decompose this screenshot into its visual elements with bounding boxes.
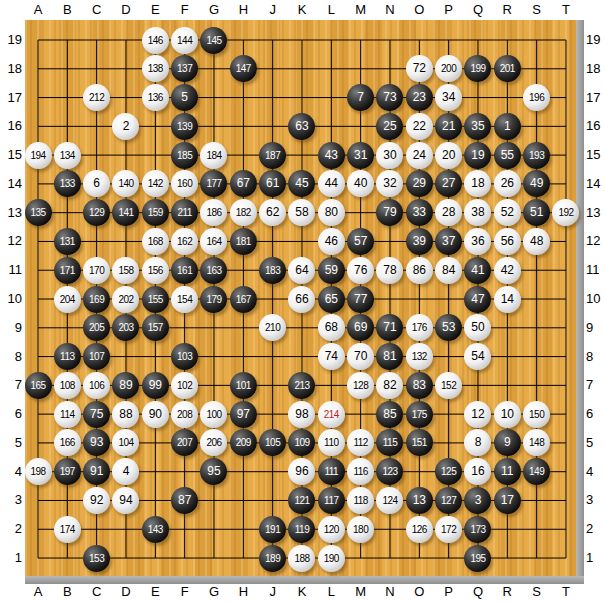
stone-white-G6-move-100: 100 bbox=[200, 401, 227, 428]
stone-white-F19-move-144: 144 bbox=[171, 27, 198, 54]
stone-black-E7-move-99: 99 bbox=[142, 372, 169, 399]
stone-white-P15-move-20: 20 bbox=[435, 142, 462, 169]
right-coordinate-label-19: 19 bbox=[586, 32, 605, 48]
bottom-coordinate-label-P: P bbox=[439, 584, 459, 600]
stone-black-C1-move-153: 153 bbox=[83, 545, 110, 572]
stone-white-S6-move-150: 150 bbox=[523, 401, 550, 428]
right-coordinate-label-7: 7 bbox=[586, 377, 605, 393]
stone-white-L6-move-214: 214 bbox=[318, 401, 345, 428]
stone-black-J2-move-191: 191 bbox=[259, 516, 286, 543]
stone-white-L12-move-46: 46 bbox=[318, 228, 345, 255]
top-coordinate-label-M: M bbox=[351, 2, 371, 18]
stone-black-L11-move-59: 59 bbox=[318, 257, 345, 284]
stone-white-Q6-move-12: 12 bbox=[464, 401, 491, 428]
stone-black-Q1-move-195: 195 bbox=[464, 545, 491, 572]
stone-white-F7-move-102: 102 bbox=[171, 372, 198, 399]
top-coordinate-label-D: D bbox=[116, 2, 136, 18]
stone-black-R18-move-201: 201 bbox=[494, 55, 521, 82]
bottom-coordinate-label-A: A bbox=[28, 584, 48, 600]
stone-white-S17-move-196: 196 bbox=[523, 84, 550, 111]
left-coordinate-label-1: 1 bbox=[2, 550, 22, 566]
stone-black-R4-move-11: 11 bbox=[494, 458, 521, 485]
bottom-coordinate-label-H: H bbox=[233, 584, 253, 600]
stone-white-E18-move-138: 138 bbox=[142, 55, 169, 82]
stone-black-B4-move-197: 197 bbox=[54, 458, 81, 485]
left-coordinate-label-17: 17 bbox=[2, 90, 22, 106]
stone-white-B6-move-114: 114 bbox=[54, 401, 81, 428]
go-game-record: AABBCCDDEEFFGGHHJJKKLLMMNNOOPPQQRRSSTT19… bbox=[0, 0, 605, 604]
top-coordinate-label-N: N bbox=[380, 2, 400, 18]
right-coordinate-label-14: 14 bbox=[586, 176, 605, 192]
stone-black-E2-move-143: 143 bbox=[142, 516, 169, 543]
stone-white-R11-move-42: 42 bbox=[494, 257, 521, 284]
stone-black-C10-move-169: 169 bbox=[83, 286, 110, 313]
right-coordinate-label-4: 4 bbox=[586, 464, 605, 480]
stone-black-B11-move-171: 171 bbox=[54, 257, 81, 284]
top-coordinate-label-A: A bbox=[28, 2, 48, 18]
top-coordinate-label-P: P bbox=[439, 2, 459, 18]
stone-black-S15-move-193: 193 bbox=[523, 142, 550, 169]
stone-black-C6-move-75: 75 bbox=[83, 401, 110, 428]
stone-white-C11-move-170: 170 bbox=[83, 257, 110, 284]
stone-black-O3-move-13: 13 bbox=[406, 487, 433, 514]
stone-white-B2-move-174: 174 bbox=[54, 516, 81, 543]
stone-black-F3-move-87: 87 bbox=[171, 487, 198, 514]
stone-black-L4-move-111: 111 bbox=[318, 458, 345, 485]
bottom-coordinate-label-F: F bbox=[175, 584, 195, 600]
stone-white-E17-move-136: 136 bbox=[142, 84, 169, 111]
stone-white-F6-move-208: 208 bbox=[171, 401, 198, 428]
stone-black-G19-move-145: 145 bbox=[200, 27, 227, 54]
top-coordinate-label-G: G bbox=[204, 2, 224, 18]
top-coordinate-label-O: O bbox=[409, 2, 429, 18]
stone-white-L9-move-68: 68 bbox=[318, 314, 345, 341]
right-coordinate-label-9: 9 bbox=[586, 320, 605, 336]
stone-white-F10-move-154: 154 bbox=[171, 286, 198, 313]
left-coordinate-label-10: 10 bbox=[2, 291, 22, 307]
stone-black-H7-move-101: 101 bbox=[230, 372, 257, 399]
stone-black-O7-move-83: 83 bbox=[406, 372, 433, 399]
stone-white-P17-move-34: 34 bbox=[435, 84, 462, 111]
bottom-coordinate-label-N: N bbox=[380, 584, 400, 600]
stone-black-M15-move-31: 31 bbox=[347, 142, 374, 169]
top-coordinate-label-H: H bbox=[233, 2, 253, 18]
stone-black-O13-move-33: 33 bbox=[406, 199, 433, 226]
stone-white-L13-move-80: 80 bbox=[318, 199, 345, 226]
stone-white-E6-move-90: 90 bbox=[142, 401, 169, 428]
stone-white-P11-move-84: 84 bbox=[435, 257, 462, 284]
stone-black-H18-move-147: 147 bbox=[230, 55, 257, 82]
right-coordinate-label-12: 12 bbox=[586, 233, 605, 249]
stone-black-F15-move-185: 185 bbox=[171, 142, 198, 169]
stone-black-L15-move-43: 43 bbox=[318, 142, 345, 169]
bottom-coordinate-label-S: S bbox=[527, 584, 547, 600]
left-coordinate-label-7: 7 bbox=[2, 377, 22, 393]
bottom-coordinate-label-R: R bbox=[497, 584, 517, 600]
bottom-coordinate-label-E: E bbox=[145, 584, 165, 600]
stone-black-H10-move-167: 167 bbox=[230, 286, 257, 313]
stone-black-G10-move-179: 179 bbox=[200, 286, 227, 313]
stone-white-C7-move-106: 106 bbox=[83, 372, 110, 399]
bottom-coordinate-label-O: O bbox=[409, 584, 429, 600]
stone-white-C17-move-212: 212 bbox=[83, 84, 110, 111]
stone-white-R14-move-26: 26 bbox=[494, 170, 521, 197]
stone-white-N15-move-30: 30 bbox=[376, 142, 403, 169]
stone-white-E11-move-156: 156 bbox=[142, 257, 169, 284]
stone-white-E12-move-168: 168 bbox=[142, 228, 169, 255]
left-coordinate-label-13: 13 bbox=[2, 205, 22, 221]
left-coordinate-label-6: 6 bbox=[2, 406, 22, 422]
left-coordinate-label-2: 2 bbox=[2, 521, 22, 537]
stone-black-B8-move-113: 113 bbox=[54, 343, 81, 370]
right-coordinate-label-16: 16 bbox=[586, 118, 605, 134]
stone-white-G15-move-184: 184 bbox=[200, 142, 227, 169]
bottom-coordinate-label-Q: Q bbox=[468, 584, 488, 600]
left-coordinate-label-3: 3 bbox=[2, 492, 22, 508]
top-coordinate-label-S: S bbox=[527, 2, 547, 18]
left-coordinate-label-12: 12 bbox=[2, 233, 22, 249]
stone-white-H13-move-182: 182 bbox=[230, 199, 257, 226]
top-coordinate-label-F: F bbox=[175, 2, 195, 18]
stone-black-O12-move-39: 39 bbox=[406, 228, 433, 255]
stone-white-P7-move-152: 152 bbox=[435, 372, 462, 399]
stone-white-R10-move-14: 14 bbox=[494, 286, 521, 313]
stone-black-P12-move-37: 37 bbox=[435, 228, 462, 255]
stone-white-L8-move-74: 74 bbox=[318, 343, 345, 370]
bottom-coordinate-label-J: J bbox=[263, 584, 283, 600]
stone-black-N6-move-85: 85 bbox=[376, 401, 403, 428]
left-coordinate-label-18: 18 bbox=[2, 61, 22, 77]
stone-white-B10-move-204: 204 bbox=[54, 286, 81, 313]
stone-black-B12-move-131: 131 bbox=[54, 228, 81, 255]
stone-white-O9-move-176: 176 bbox=[406, 314, 433, 341]
stone-black-J11-move-183: 183 bbox=[259, 257, 286, 284]
stone-white-A4-move-198: 198 bbox=[25, 458, 52, 485]
stone-black-M17-move-7: 7 bbox=[347, 84, 374, 111]
stone-white-F12-move-162: 162 bbox=[171, 228, 198, 255]
stone-black-M12-move-57: 57 bbox=[347, 228, 374, 255]
stone-white-R13-move-52: 52 bbox=[494, 199, 521, 226]
right-coordinate-label-17: 17 bbox=[586, 90, 605, 106]
right-coordinate-label-15: 15 bbox=[586, 147, 605, 163]
bottom-coordinate-label-K: K bbox=[292, 584, 312, 600]
stone-white-P2-move-172: 172 bbox=[435, 516, 462, 543]
stone-black-L10-move-65: 65 bbox=[318, 286, 345, 313]
bottom-coordinate-label-T: T bbox=[556, 584, 576, 600]
stone-white-D10-move-202: 202 bbox=[112, 286, 139, 313]
stone-black-Q15-move-19: 19 bbox=[464, 142, 491, 169]
stone-black-J15-move-187: 187 bbox=[259, 142, 286, 169]
top-coordinate-label-L: L bbox=[321, 2, 341, 18]
left-coordinate-label-5: 5 bbox=[2, 435, 22, 451]
top-coordinate-label-R: R bbox=[497, 2, 517, 18]
stone-black-R16-move-1: 1 bbox=[494, 113, 521, 140]
stone-black-L3-move-117: 117 bbox=[318, 487, 345, 514]
stone-white-E19-move-146: 146 bbox=[142, 27, 169, 54]
stone-black-A13-move-135: 135 bbox=[25, 199, 52, 226]
stone-black-F16-move-139: 139 bbox=[171, 113, 198, 140]
stone-white-O18-move-72: 72 bbox=[406, 55, 433, 82]
right-coordinate-label-8: 8 bbox=[586, 349, 605, 365]
stone-black-R15-move-55: 55 bbox=[494, 142, 521, 169]
top-coordinate-label-E: E bbox=[145, 2, 165, 18]
left-coordinate-label-15: 15 bbox=[2, 147, 22, 163]
top-coordinate-label-K: K bbox=[292, 2, 312, 18]
left-coordinate-label-4: 4 bbox=[2, 464, 22, 480]
stone-white-O8-move-132: 132 bbox=[406, 343, 433, 370]
left-coordinate-label-8: 8 bbox=[2, 349, 22, 365]
stone-white-S12-move-48: 48 bbox=[523, 228, 550, 255]
top-coordinate-label-B: B bbox=[57, 2, 77, 18]
right-coordinate-label-1: 1 bbox=[586, 550, 605, 566]
stone-white-R12-move-56: 56 bbox=[494, 228, 521, 255]
right-coordinate-label-10: 10 bbox=[586, 291, 605, 307]
stone-white-O2-move-126: 126 bbox=[406, 516, 433, 543]
stone-black-P3-move-127: 127 bbox=[435, 487, 462, 514]
bottom-coordinate-label-M: M bbox=[351, 584, 371, 600]
stone-black-A7-move-165: 165 bbox=[25, 372, 52, 399]
stone-white-M11-move-76: 76 bbox=[347, 257, 374, 284]
stone-black-O17-move-23: 23 bbox=[406, 84, 433, 111]
left-coordinate-label-16: 16 bbox=[2, 118, 22, 134]
left-coordinate-label-9: 9 bbox=[2, 320, 22, 336]
stone-black-Q10-move-47: 47 bbox=[464, 286, 491, 313]
stone-white-A15-move-194: 194 bbox=[25, 142, 52, 169]
stone-white-M2-move-180: 180 bbox=[347, 516, 374, 543]
stone-black-R3-move-17: 17 bbox=[494, 487, 521, 514]
left-coordinate-label-11: 11 bbox=[2, 262, 22, 278]
stone-white-K1-move-188: 188 bbox=[288, 545, 315, 572]
left-coordinate-label-19: 19 bbox=[2, 32, 22, 48]
right-coordinate-label-18: 18 bbox=[586, 61, 605, 77]
stone-white-M7-move-128: 128 bbox=[347, 372, 374, 399]
left-coordinate-label-14: 14 bbox=[2, 176, 22, 192]
top-coordinate-label-Q: Q bbox=[468, 2, 488, 18]
stone-white-M3-move-118: 118 bbox=[347, 487, 374, 514]
stone-white-O11-move-86: 86 bbox=[406, 257, 433, 284]
right-coordinate-label-11: 11 bbox=[586, 262, 605, 278]
bottom-coordinate-label-G: G bbox=[204, 584, 224, 600]
right-coordinate-label-13: 13 bbox=[586, 205, 605, 221]
stone-black-E10-move-155: 155 bbox=[142, 286, 169, 313]
stone-black-O6-move-175: 175 bbox=[406, 401, 433, 428]
stone-white-R6-move-10: 10 bbox=[494, 401, 521, 428]
stone-black-F11-move-161: 161 bbox=[171, 257, 198, 284]
stone-black-P16-move-21: 21 bbox=[435, 113, 462, 140]
stone-white-K6-move-98: 98 bbox=[288, 401, 315, 428]
stone-black-H6-move-97: 97 bbox=[230, 401, 257, 428]
stone-black-E9-move-157: 157 bbox=[142, 314, 169, 341]
stone-white-D6-move-88: 88 bbox=[112, 401, 139, 428]
right-coordinate-label-5: 5 bbox=[586, 435, 605, 451]
stone-black-E13-move-159: 159 bbox=[142, 199, 169, 226]
right-coordinate-label-6: 6 bbox=[586, 406, 605, 422]
top-coordinate-label-T: T bbox=[556, 2, 576, 18]
stone-white-B7-move-108: 108 bbox=[54, 372, 81, 399]
stone-white-B15-move-134: 134 bbox=[54, 142, 81, 169]
stone-white-L1-move-190: 190 bbox=[318, 545, 345, 572]
stone-black-H12-move-181: 181 bbox=[230, 228, 257, 255]
right-coordinate-label-3: 3 bbox=[586, 492, 605, 508]
bottom-coordinate-label-D: D bbox=[116, 584, 136, 600]
stone-white-L2-move-120: 120 bbox=[318, 516, 345, 543]
stone-white-K10-move-66: 66 bbox=[288, 286, 315, 313]
top-coordinate-label-J: J bbox=[263, 2, 283, 18]
stone-white-O16-move-22: 22 bbox=[406, 113, 433, 140]
stone-white-O15-move-24: 24 bbox=[406, 142, 433, 169]
right-coordinate-label-2: 2 bbox=[586, 521, 605, 537]
bottom-coordinate-label-L: L bbox=[321, 584, 341, 600]
stone-white-C3-move-92: 92 bbox=[83, 487, 110, 514]
stone-black-M10-move-77: 77 bbox=[347, 286, 374, 313]
stone-black-J1-move-189: 189 bbox=[259, 545, 286, 572]
top-coordinate-label-C: C bbox=[87, 2, 107, 18]
bottom-coordinate-label-B: B bbox=[57, 584, 77, 600]
bottom-coordinate-label-C: C bbox=[87, 584, 107, 600]
stone-black-F17-move-5: 5 bbox=[171, 84, 198, 111]
